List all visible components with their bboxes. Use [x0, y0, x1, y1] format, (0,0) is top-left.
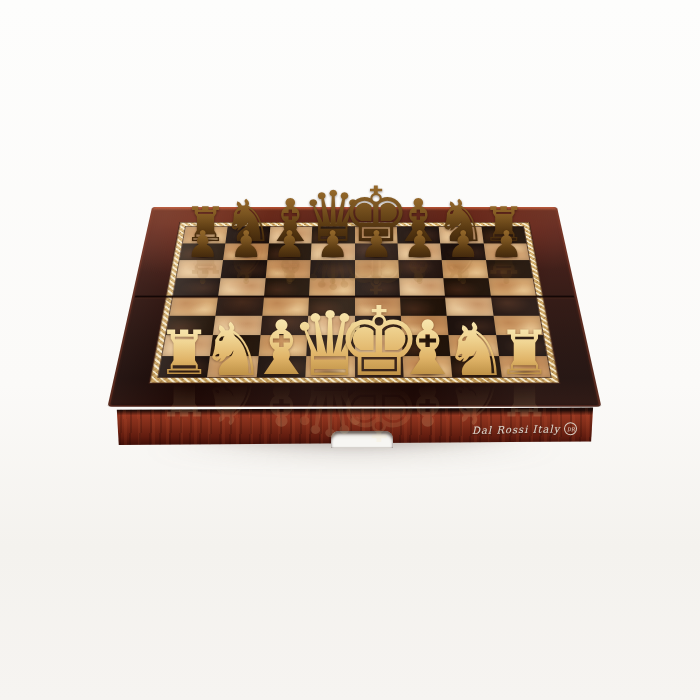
square-g4[interactable] [445, 296, 493, 315]
square-g7[interactable] [440, 243, 485, 260]
square-e6[interactable] [355, 260, 400, 278]
square-a7[interactable] [180, 243, 226, 260]
square-e5[interactable] [355, 278, 400, 296]
square-c8[interactable] [269, 227, 313, 243]
square-b3[interactable] [213, 315, 262, 335]
square-h4[interactable] [491, 296, 540, 315]
product-photo-stage: Dal Rossi Italy DR ♜♜♞♞♝♝♛♛♚♚♝♝♞♞♜♜♟♟♟♟♟… [0, 0, 700, 700]
square-c4[interactable] [262, 296, 309, 315]
brand-logo-icon: DR [564, 422, 577, 435]
chess-board-grid [158, 227, 550, 378]
square-b5[interactable] [218, 278, 265, 296]
case-far-bevel [153, 207, 556, 211]
square-c3[interactable] [260, 315, 308, 335]
square-f8[interactable] [397, 227, 441, 243]
square-e4[interactable] [354, 296, 400, 315]
square-b7[interactable] [223, 243, 268, 260]
square-d1[interactable] [305, 356, 354, 377]
square-g5[interactable] [444, 278, 491, 296]
square-d2[interactable] [306, 335, 354, 356]
square-a2[interactable] [162, 335, 213, 356]
rope-inlay-border [150, 222, 559, 383]
brand-mark: Dal Rossi Italy DR [472, 422, 578, 437]
square-f3[interactable] [401, 315, 449, 335]
square-g2[interactable] [449, 335, 499, 356]
square-a6[interactable] [176, 260, 223, 278]
finger-notch [331, 431, 393, 448]
brand-text: Dal Rossi Italy [472, 423, 561, 436]
square-a8[interactable] [183, 227, 228, 243]
square-f7[interactable] [397, 243, 441, 260]
square-g1[interactable] [451, 356, 502, 377]
square-f2[interactable] [402, 335, 451, 356]
square-g3[interactable] [447, 315, 496, 335]
square-b2[interactable] [210, 335, 260, 356]
square-b6[interactable] [221, 260, 267, 278]
square-f5[interactable] [399, 278, 445, 296]
square-d3[interactable] [307, 315, 354, 335]
square-e8[interactable] [355, 227, 398, 243]
square-b8[interactable] [226, 227, 270, 243]
square-e1[interactable] [354, 356, 403, 377]
square-h7[interactable] [483, 243, 529, 260]
square-a1[interactable] [158, 356, 210, 377]
square-h8[interactable] [481, 227, 526, 243]
square-d4[interactable] [308, 296, 354, 315]
square-h2[interactable] [496, 335, 547, 356]
square-f1[interactable] [403, 356, 453, 377]
square-g8[interactable] [439, 227, 483, 243]
square-e3[interactable] [354, 315, 401, 335]
square-g6[interactable] [442, 260, 488, 278]
square-c2[interactable] [258, 335, 307, 356]
square-d5[interactable] [309, 278, 354, 296]
square-d6[interactable] [310, 260, 355, 278]
perspective-scene [0, 0, 700, 700]
square-h3[interactable] [493, 315, 543, 335]
square-a3[interactable] [166, 315, 216, 335]
square-c7[interactable] [267, 243, 311, 260]
chess-case-top [107, 207, 601, 407]
square-a5[interactable] [173, 278, 221, 296]
square-b1[interactable] [207, 356, 258, 377]
square-h6[interactable] [486, 260, 533, 278]
square-f6[interactable] [398, 260, 443, 278]
square-c1[interactable] [256, 356, 306, 377]
square-d7[interactable] [311, 243, 355, 260]
square-c5[interactable] [264, 278, 310, 296]
square-h1[interactable] [499, 356, 551, 377]
fold-hinge-seam [135, 296, 575, 299]
square-e7[interactable] [355, 243, 399, 260]
square-a4[interactable] [170, 296, 219, 315]
square-h5[interactable] [488, 278, 536, 296]
square-e2[interactable] [354, 335, 402, 356]
square-d8[interactable] [312, 227, 355, 243]
square-f4[interactable] [400, 296, 447, 315]
square-c6[interactable] [265, 260, 310, 278]
square-b4[interactable] [216, 296, 264, 315]
